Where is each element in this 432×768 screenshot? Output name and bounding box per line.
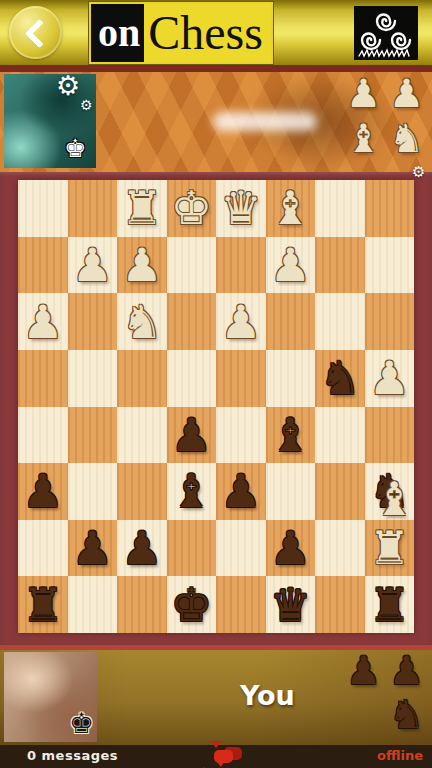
square-c8[interactable]: ♛ — [266, 576, 316, 633]
opponent-name-blurred — [213, 112, 317, 131]
captured-white-pawn: ♟ — [389, 74, 424, 119]
captured-white-pieces-tray: ♟♟♝♞ — [342, 74, 428, 169]
captured-black-pawn: ♟ — [389, 651, 424, 695]
square-e6[interactable]: ♝ — [167, 463, 217, 520]
square-d2[interactable] — [216, 237, 266, 294]
sort-arrows-icon[interactable] — [198, 748, 211, 764]
square-b2[interactable] — [315, 237, 365, 294]
square-d6[interactable]: ♟ — [216, 463, 266, 520]
black-king-icon: ♚ — [69, 710, 94, 738]
square-a6[interactable]: ♞♝ — [365, 463, 415, 520]
square-h4[interactable] — [18, 350, 68, 407]
square-h7[interactable] — [18, 520, 68, 577]
square-e3[interactable] — [167, 293, 217, 350]
piece-black-king[interactable]: ♚ — [171, 582, 212, 628]
square-g3[interactable] — [68, 293, 118, 350]
piece-white-queen[interactable]: ♛ — [220, 185, 261, 231]
square-b5[interactable] — [315, 407, 365, 464]
square-d1[interactable]: ♛ — [216, 180, 266, 237]
square-e4[interactable] — [167, 350, 217, 407]
piece-black-rook[interactable]: ♜ — [369, 582, 410, 628]
square-e2[interactable] — [167, 237, 217, 294]
square-d4[interactable] — [216, 350, 266, 407]
chat-bubbles-icon[interactable] — [214, 747, 242, 766]
captured-black-pawn: ♟ — [346, 651, 381, 695]
piece-black-pawn[interactable]: ♟ — [171, 412, 212, 458]
piece-black-knight[interactable]: ♞ — [319, 355, 360, 401]
you-label: You — [240, 680, 295, 711]
square-a3[interactable] — [365, 293, 415, 350]
piece-black-pawn[interactable]: ♟ — [22, 468, 63, 514]
square-d5[interactable] — [216, 407, 266, 464]
back-button[interactable] — [9, 6, 62, 59]
square-a4[interactable]: ♟ — [365, 350, 415, 407]
square-e8[interactable]: ♚ — [167, 576, 217, 633]
piece-white-king[interactable]: ♚ — [171, 185, 212, 231]
square-f1[interactable]: ♜ — [117, 180, 167, 237]
square-b4[interactable]: ♞ — [315, 350, 365, 407]
square-c5[interactable]: ♝ — [266, 407, 316, 464]
square-g4[interactable] — [68, 350, 118, 407]
square-b7[interactable] — [315, 520, 365, 577]
square-a8[interactable]: ♜ — [365, 576, 415, 633]
piece-white-pawn[interactable]: ♟ — [270, 242, 311, 288]
board-settings-gear-icon[interactable]: ⚙ — [412, 165, 425, 180]
logo-text-on: on — [91, 4, 144, 62]
square-g8[interactable] — [68, 576, 118, 633]
piece-white-rook[interactable]: ♜ — [121, 185, 162, 231]
square-f6[interactable] — [117, 463, 167, 520]
captured-white-bishop: ♝ — [346, 119, 381, 169]
square-f4[interactable] — [117, 350, 167, 407]
square-a7[interactable]: ♜ — [365, 520, 415, 577]
square-b3[interactable] — [315, 293, 365, 350]
piece-black-rook[interactable]: ♜ — [22, 582, 63, 628]
square-h3[interactable]: ♟ — [18, 293, 68, 350]
piece-black-bishop[interactable]: ♝ — [171, 468, 212, 514]
piece-black-pawn[interactable]: ♟ — [270, 525, 311, 571]
piece-black-bishop[interactable]: ♝ — [270, 412, 311, 458]
square-h8[interactable]: ♜ — [18, 576, 68, 633]
piece-white-pawn[interactable]: ♟ — [121, 242, 162, 288]
messages-count[interactable]: 0 messages — [27, 748, 118, 763]
square-g2[interactable]: ♟ — [68, 237, 118, 294]
onchess-app-screen: on Chess — [0, 0, 432, 768]
piece-black-queen[interactable]: ♛ — [270, 582, 311, 628]
piece-black-pawn[interactable]: ♟ — [121, 525, 162, 571]
captured-black-knight: ♞ — [389, 695, 424, 743]
piece-white-pawn[interactable]: ♟ — [22, 299, 63, 345]
square-f8[interactable] — [117, 576, 167, 633]
square-h6[interactable]: ♟ — [18, 463, 68, 520]
square-d7[interactable] — [216, 520, 266, 577]
square-h2[interactable] — [18, 237, 68, 294]
captured-white-knight: ♞ — [389, 119, 424, 169]
white-king-icon: ♚ — [64, 136, 86, 161]
square-e5[interactable]: ♟ — [167, 407, 217, 464]
back-chevron-icon — [25, 19, 55, 49]
square-c3[interactable] — [266, 293, 316, 350]
square-f2[interactable]: ♟ — [117, 237, 167, 294]
triskelion-logo — [354, 6, 418, 60]
square-c6[interactable] — [266, 463, 316, 520]
top-bar: on Chess — [0, 0, 432, 65]
square-a1[interactable] — [365, 180, 415, 237]
captured-black-pieces-tray: ♟♟♞ — [342, 651, 428, 743]
piece-white-pawn[interactable]: ♟ — [369, 355, 410, 401]
square-c1[interactable]: ♝ — [266, 180, 316, 237]
square-c4[interactable] — [266, 350, 316, 407]
square-g7[interactable]: ♟ — [68, 520, 118, 577]
square-c2[interactable]: ♟ — [266, 237, 316, 294]
captured-white-pawn: ♟ — [346, 74, 381, 119]
piece-white-pawn[interactable]: ♟ — [220, 299, 261, 345]
square-d8[interactable] — [216, 576, 266, 633]
square-e1[interactable]: ♚ — [167, 180, 217, 237]
square-g6[interactable] — [68, 463, 118, 520]
square-e7[interactable] — [167, 520, 217, 577]
chess-board[interactable]: ♜♚♛♝♟♟♟♟♞♟♞♟♟♝♟♝♟♞♝♟♟♟♜♜♚♛♜ — [18, 180, 414, 633]
mini-white-bishop-icon: ♝ — [374, 476, 415, 522]
square-g5[interactable] — [68, 407, 118, 464]
square-b8[interactable] — [315, 576, 365, 633]
square-d3[interactable]: ♟ — [216, 293, 266, 350]
piece-white-bishop[interactable]: ♝ — [270, 185, 311, 231]
piece-black-pawn[interactable]: ♟ — [72, 525, 113, 571]
square-f5[interactable] — [117, 407, 167, 464]
square-b1[interactable] — [315, 180, 365, 237]
settings-gear-icon[interactable]: ⚙ — [56, 72, 80, 99]
settings-gear-small-icon[interactable]: ⚙ — [80, 98, 93, 112]
square-f3[interactable]: ♞ — [117, 293, 167, 350]
square-h1[interactable] — [18, 180, 68, 237]
piece-white-rook[interactable]: ♜ — [369, 525, 410, 571]
square-b6[interactable] — [315, 463, 365, 520]
onchess-logo: on Chess — [89, 2, 273, 64]
square-c7[interactable]: ♟ — [266, 520, 316, 577]
square-f7[interactable]: ♟ — [117, 520, 167, 577]
square-a5[interactable] — [365, 407, 415, 464]
status-bar: 0 messages offline — [0, 745, 432, 768]
piece-black-pawn[interactable]: ♟ — [220, 468, 261, 514]
logo-text-chess: Chess — [144, 4, 271, 62]
square-g1[interactable] — [68, 180, 118, 237]
connection-status: offline — [377, 748, 423, 763]
square-h5[interactable] — [18, 407, 68, 464]
square-a2[interactable] — [365, 237, 415, 294]
piece-white-pawn[interactable]: ♟ — [72, 242, 113, 288]
piece-white-knight[interactable]: ♞ — [121, 299, 162, 345]
